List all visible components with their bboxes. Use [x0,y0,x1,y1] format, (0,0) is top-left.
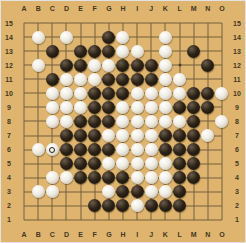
black-stone-L5 [173,157,186,170]
intersection-A13[interactable] [17,44,31,58]
intersection-N13[interactable] [201,44,215,58]
intersection-K2[interactable] [158,199,172,213]
black-stone-G2 [102,199,115,212]
intersection-O8[interactable] [215,114,229,128]
intersection-I13[interactable] [130,44,144,58]
intersection-H9[interactable] [116,100,130,114]
intersection-G15[interactable] [102,16,116,30]
intersection-L3[interactable] [172,185,186,199]
intersection-M8[interactable] [187,114,201,128]
column-label: K [163,231,168,238]
intersection-N3[interactable] [201,185,215,199]
black-stone-F7 [88,129,101,142]
row-labels-left: 151413121110987654321 [1,16,17,227]
intersection-A12[interactable] [17,58,31,72]
intersection-C5[interactable] [45,157,59,171]
intersection-M4[interactable] [187,171,201,185]
intersection-H7[interactable] [116,129,130,143]
intersection-M1[interactable] [187,213,201,227]
intersection-N8[interactable] [201,114,215,128]
intersection-I15[interactable] [130,16,144,30]
intersection-C15[interactable] [45,16,59,30]
intersection-O14[interactable] [215,30,229,44]
intersection-B4[interactable] [31,171,45,185]
intersection-F6[interactable] [88,143,102,157]
intersection-K13[interactable] [158,44,172,58]
black-stone-E7 [74,129,87,142]
intersection-B8[interactable] [31,114,45,128]
intersection-N14[interactable] [201,30,215,44]
intersection-D7[interactable] [59,129,73,143]
intersection-O1[interactable] [215,213,229,227]
black-stone-G11 [102,73,115,86]
black-stone-M10 [187,87,200,100]
row-label: 7 [235,132,239,139]
intersection-G4[interactable] [102,171,116,185]
intersection-O7[interactable] [215,129,229,143]
intersection-G5[interactable] [102,157,116,171]
intersection-K7[interactable] [158,129,172,143]
intersection-N11[interactable] [201,72,215,86]
intersection-D3[interactable] [59,185,73,199]
intersection-F2[interactable] [88,199,102,213]
column-label: O [219,5,224,12]
intersection-C1[interactable] [45,213,59,227]
black-stone-K6 [159,143,172,156]
intersection-D6[interactable] [59,143,73,157]
intersection-H3[interactable] [116,185,130,199]
intersection-G6[interactable] [102,143,116,157]
intersection-L5[interactable] [172,157,186,171]
intersection-O5[interactable] [215,157,229,171]
row-label: 2 [7,202,11,209]
intersection-F15[interactable] [88,16,102,30]
intersection-A2[interactable] [17,199,31,213]
intersection-O6[interactable] [215,143,229,157]
intersection-E3[interactable] [74,185,88,199]
white-stone-J8 [145,115,158,128]
white-stone-J5 [145,157,158,170]
intersection-N5[interactable] [201,157,215,171]
intersection-I8[interactable] [130,114,144,128]
intersection-K15[interactable] [158,16,172,30]
intersection-J1[interactable] [144,213,158,227]
row-label: 11 [5,76,12,83]
intersection-L15[interactable] [172,16,186,30]
intersection-K12[interactable] [158,58,172,72]
intersection-H12[interactable] [116,58,130,72]
black-stone-G4 [102,171,115,184]
intersection-L8[interactable] [172,114,186,128]
intersection-D9[interactable] [59,100,73,114]
intersection-K6[interactable] [158,143,172,157]
intersection-K14[interactable] [158,30,172,44]
intersection-C10[interactable] [45,86,59,100]
intersection-F13[interactable] [88,44,102,58]
intersection-C3[interactable] [45,185,59,199]
intersection-O10[interactable] [215,86,229,100]
intersection-E14[interactable] [74,30,88,44]
white-stone-O8 [215,115,228,128]
intersection-O13[interactable] [215,44,229,58]
intersection-C12[interactable] [45,58,59,72]
intersection-B6[interactable] [31,143,45,157]
intersection-C14[interactable] [45,30,59,44]
column-label: F [93,5,97,12]
white-stone-L11 [173,73,186,86]
intersection-F10[interactable] [88,86,102,100]
white-stone-J7 [145,129,158,142]
intersection-F11[interactable] [88,72,102,86]
intersection-E9[interactable] [74,100,88,114]
black-stone-L4 [173,171,186,184]
black-stone-E13 [74,45,87,58]
intersection-A5[interactable] [17,157,31,171]
intersection-J6[interactable] [144,143,158,157]
intersection-J8[interactable] [144,114,158,128]
intersection-A3[interactable] [17,185,31,199]
white-stone-D14 [60,31,73,44]
intersection-G14[interactable] [102,30,116,44]
intersection-B11[interactable] [31,72,45,86]
intersection-A10[interactable] [17,86,31,100]
intersection-F5[interactable] [88,157,102,171]
row-label: 6 [235,146,239,153]
intersection-K11[interactable] [158,72,172,86]
intersection-B10[interactable] [31,86,45,100]
intersection-D12[interactable] [59,58,73,72]
intersection-I4[interactable] [130,171,144,185]
intersection-B1[interactable] [31,213,45,227]
intersection-B9[interactable] [31,100,45,114]
column-label: E [78,5,83,12]
intersection-L4[interactable] [172,171,186,185]
intersection-E11[interactable] [74,72,88,86]
intersection-L12[interactable] [172,58,186,72]
intersection-J14[interactable] [144,30,158,44]
intersection-B2[interactable] [31,199,45,213]
intersection-G2[interactable] [102,199,116,213]
intersection-N15[interactable] [201,16,215,30]
intersection-B7[interactable] [31,129,45,143]
row-label: 7 [7,132,11,139]
intersection-A8[interactable] [17,114,31,128]
intersection-G10[interactable] [102,86,116,100]
intersection-F14[interactable] [88,30,102,44]
column-label: M [191,231,197,238]
intersection-N1[interactable] [201,213,215,227]
intersection-L11[interactable] [172,72,186,86]
intersection-C11[interactable] [45,72,59,86]
white-stone-N7 [201,129,214,142]
intersection-B5[interactable] [31,157,45,171]
intersection-D5[interactable] [59,157,73,171]
white-stone-K5 [159,157,172,170]
intersection-H15[interactable] [116,16,130,30]
black-stone-G9 [102,101,115,114]
intersection-G13[interactable] [102,44,116,58]
intersection-I12[interactable] [130,58,144,72]
black-stone-G10 [102,87,115,100]
intersection-C9[interactable] [45,100,59,114]
intersection-N7[interactable] [201,129,215,143]
black-stone-H4 [116,171,129,184]
intersection-H6[interactable] [116,143,130,157]
intersection-H2[interactable] [116,199,130,213]
intersection-E4[interactable] [74,171,88,185]
intersection-G12[interactable] [102,58,116,72]
intersection-K1[interactable] [158,213,172,227]
white-stone-C10 [46,87,59,100]
intersection-D15[interactable] [59,16,73,30]
intersection-A1[interactable] [17,213,31,227]
intersection-C2[interactable] [45,199,59,213]
black-stone-J2 [145,199,158,212]
intersection-F7[interactable] [88,129,102,143]
intersection-I7[interactable] [130,129,144,143]
white-stone-C8 [46,115,59,128]
intersection-F1[interactable] [88,213,102,227]
intersection-D11[interactable] [59,72,73,86]
intersection-K3[interactable] [158,185,172,199]
intersection-I14[interactable] [130,30,144,44]
intersection-B12[interactable] [31,58,45,72]
intersection-A7[interactable] [17,129,31,143]
intersection-M12[interactable] [187,58,201,72]
intersection-J7[interactable] [144,129,158,143]
row-label: 15 [233,20,241,27]
intersection-A11[interactable] [17,72,31,86]
intersection-L10[interactable] [172,86,186,100]
white-stone-B12 [32,59,45,72]
intersection-C7[interactable] [45,129,59,143]
intersection-E7[interactable] [74,129,88,143]
column-label: C [50,231,55,238]
intersection-K5[interactable] [158,157,172,171]
intersection-F12[interactable] [88,58,102,72]
intersection-D13[interactable] [59,44,73,58]
intersection-H13[interactable] [116,44,130,58]
black-stone-M13 [187,45,200,58]
intersection-M13[interactable] [187,44,201,58]
intersection-O2[interactable] [215,199,229,213]
intersection-L6[interactable] [172,143,186,157]
intersection-G8[interactable] [102,114,116,128]
intersection-N4[interactable] [201,171,215,185]
black-stone-F2 [88,199,101,212]
intersection-L1[interactable] [172,213,186,227]
intersection-J9[interactable] [144,100,158,114]
white-stone-K11 [159,73,172,86]
intersection-C6[interactable] [45,143,59,157]
intersection-I3[interactable] [130,185,144,199]
intersection-E2[interactable] [74,199,88,213]
intersection-I9[interactable] [130,100,144,114]
intersection-H4[interactable] [116,171,130,185]
intersection-F3[interactable] [88,185,102,199]
row-label: 4 [7,174,11,181]
intersection-B3[interactable] [31,185,45,199]
intersection-M11[interactable] [187,72,201,86]
white-stone-D8 [60,115,73,128]
intersection-D14[interactable] [59,30,73,44]
intersection-J15[interactable] [144,16,158,30]
white-stone-D9 [60,101,73,114]
intersection-C13[interactable] [45,44,59,58]
intersection-O9[interactable] [215,100,229,114]
intersection-M14[interactable] [187,30,201,44]
intersection-N6[interactable] [201,143,215,157]
go-board-screenshot: ABCDEFGHIJKLMNO ABCDEFGHIJKLMNO 15141312… [0,0,246,243]
intersection-G9[interactable] [102,100,116,114]
intersection-A15[interactable] [17,16,31,30]
intersection-B14[interactable] [31,30,45,44]
intersection-E15[interactable] [74,16,88,30]
row-labels-right: 151413121110987654321 [229,16,245,227]
intersection-H11[interactable] [116,72,130,86]
intersection-I11[interactable] [130,72,144,86]
intersection-J5[interactable] [144,157,158,171]
intersection-D10[interactable] [59,86,73,100]
black-stone-F8 [88,115,101,128]
black-stone-G14 [102,31,115,44]
intersection-N12[interactable] [201,58,215,72]
intersection-E6[interactable] [74,143,88,157]
intersection-D8[interactable] [59,114,73,128]
intersection-I6[interactable] [130,143,144,157]
column-label: K [163,5,168,12]
intersection-O15[interactable] [215,16,229,30]
intersection-G11[interactable] [102,72,116,86]
intersection-J11[interactable] [144,72,158,86]
intersection-B15[interactable] [31,16,45,30]
intersection-J3[interactable] [144,185,158,199]
intersection-H1[interactable] [116,213,130,227]
intersection-K10[interactable] [158,86,172,100]
intersection-K9[interactable] [158,100,172,114]
white-stone-H14 [116,31,129,44]
intersection-A9[interactable] [17,100,31,114]
intersection-N2[interactable] [201,199,215,213]
column-label: F [93,231,97,238]
intersection-M10[interactable] [187,86,201,100]
intersection-J4[interactable] [144,171,158,185]
intersection-C4[interactable] [45,171,59,185]
intersection-G3[interactable] [102,185,116,199]
intersection-L2[interactable] [172,199,186,213]
intersection-M9[interactable] [187,100,201,114]
row-label: 13 [5,48,13,55]
black-stone-I12 [131,59,144,72]
intersection-J12[interactable] [144,58,158,72]
intersection-H14[interactable] [116,30,130,44]
white-stone-K12 [159,59,172,72]
intersection-M7[interactable] [187,129,201,143]
intersection-G1[interactable] [102,213,116,227]
black-stone-M9 [187,101,200,114]
intersection-D2[interactable] [59,199,73,213]
white-stone-K10 [159,87,172,100]
intersection-I1[interactable] [130,213,144,227]
intersection-E13[interactable] [74,44,88,58]
intersection-M2[interactable] [187,199,201,213]
intersection-D1[interactable] [59,213,73,227]
intersection-M6[interactable] [187,143,201,157]
intersection-F4[interactable] [88,171,102,185]
black-stone-C11 [46,73,59,86]
intersection-O12[interactable] [215,58,229,72]
intersection-O4[interactable] [215,171,229,185]
intersection-D4[interactable] [59,171,73,185]
intersection-C8[interactable] [45,114,59,128]
intersection-G7[interactable] [102,129,116,143]
row-label: 12 [5,62,13,69]
intersection-K8[interactable] [158,114,172,128]
intersection-E8[interactable] [74,114,88,128]
intersection-L7[interactable] [172,129,186,143]
intersection-K4[interactable] [158,171,172,185]
intersection-L9[interactable] [172,100,186,114]
intersection-M5[interactable] [187,157,201,171]
intersection-L13[interactable] [172,44,186,58]
intersection-I10[interactable] [130,86,144,100]
intersection-L14[interactable] [172,30,186,44]
intersection-I5[interactable] [130,157,144,171]
white-stone-K14 [159,31,172,44]
intersection-I2[interactable] [130,199,144,213]
white-stone-G12 [102,59,115,72]
black-stone-G13 [102,45,115,58]
intersection-E5[interactable] [74,157,88,171]
black-stone-M6 [187,143,200,156]
intersection-N9[interactable] [201,100,215,114]
row-label: 12 [233,62,241,69]
intersection-H8[interactable] [116,114,130,128]
intersection-H5[interactable] [116,157,130,171]
intersection-H10[interactable] [116,86,130,100]
black-stone-H3 [116,185,129,198]
black-stone-E6 [74,143,87,156]
intersection-O3[interactable] [215,185,229,199]
intersection-J2[interactable] [144,199,158,213]
intersection-F8[interactable] [88,114,102,128]
intersection-F9[interactable] [88,100,102,114]
intersection-M3[interactable] [187,185,201,199]
column-label: M [191,5,197,12]
intersection-N10[interactable] [201,86,215,100]
intersection-E1[interactable] [74,213,88,227]
intersection-J13[interactable] [144,44,158,58]
intersection-E10[interactable] [74,86,88,100]
intersection-A6[interactable] [17,143,31,157]
intersection-A14[interactable] [17,30,31,44]
intersection-A4[interactable] [17,171,31,185]
white-stone-H8 [116,115,129,128]
go-board[interactable] [17,16,229,227]
row-label: 13 [233,48,241,55]
white-stone-G3 [102,185,115,198]
black-stone-F4 [88,171,101,184]
intersection-J10[interactable] [144,86,158,100]
intersection-M15[interactable] [187,16,201,30]
white-stone-K9 [159,101,172,114]
intersection-B13[interactable] [31,44,45,58]
black-stone-M8 [187,115,200,128]
row-label: 14 [233,34,241,41]
black-stone-E12 [74,59,87,72]
intersection-O11[interactable] [215,72,229,86]
intersection-E12[interactable] [74,58,88,72]
